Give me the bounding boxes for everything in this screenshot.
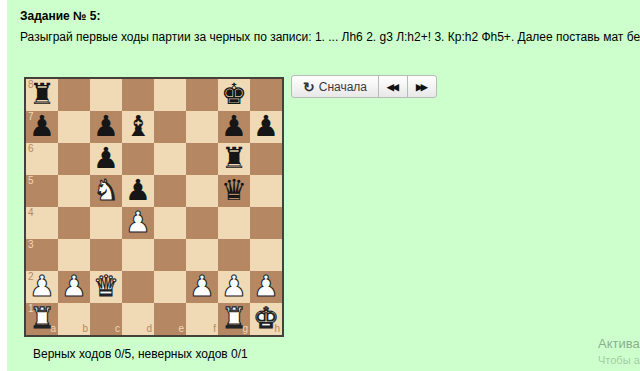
page-left-edge: [7, 0, 8, 371]
piece-black-pawn[interactable]: ♟: [218, 111, 250, 143]
square-f4[interactable]: [186, 207, 218, 239]
task-instruction: Разыграй первые ходы партии за черных по…: [20, 30, 640, 44]
square-b3[interactable]: [58, 239, 90, 271]
square-g7[interactable]: ♟: [218, 111, 250, 143]
square-g2[interactable]: ♟: [218, 271, 250, 303]
square-a1[interactable]: 1a♜: [26, 303, 58, 335]
piece-black-pawn[interactable]: ♟: [90, 143, 122, 175]
file-label-b: b: [82, 324, 88, 334]
square-g5[interactable]: ♛: [218, 175, 250, 207]
square-h3[interactable]: [250, 239, 282, 271]
square-a8[interactable]: 8♜: [26, 79, 58, 111]
square-b8[interactable]: [58, 79, 90, 111]
square-g8[interactable]: ♚: [218, 79, 250, 111]
square-f3[interactable]: [186, 239, 218, 271]
square-e2[interactable]: [154, 271, 186, 303]
piece-black-bishop[interactable]: ♝: [122, 111, 154, 143]
square-d8[interactable]: [122, 79, 154, 111]
piece-black-pawn[interactable]: ♟: [250, 111, 282, 143]
square-e7[interactable]: [154, 111, 186, 143]
square-e1[interactable]: e: [154, 303, 186, 335]
square-d3[interactable]: [122, 239, 154, 271]
square-e6[interactable]: [154, 143, 186, 175]
square-a6[interactable]: 6: [26, 143, 58, 175]
rewind-icon: ◀◀: [387, 82, 399, 92]
square-e5[interactable]: [154, 175, 186, 207]
piece-white-rook[interactable]: ♜: [26, 303, 58, 335]
rank-label-3: 3: [28, 240, 34, 250]
square-h1[interactable]: h♚: [250, 303, 282, 335]
square-b2[interactable]: ♟: [58, 271, 90, 303]
square-a2[interactable]: 2♟: [26, 271, 58, 303]
piece-black-pawn[interactable]: ♟: [90, 111, 122, 143]
square-b1[interactable]: b: [58, 303, 90, 335]
rank-label-5: 5: [28, 176, 34, 186]
piece-black-king[interactable]: ♚: [218, 79, 250, 111]
square-b6[interactable]: [58, 143, 90, 175]
square-f2[interactable]: ♟: [186, 271, 218, 303]
square-h8[interactable]: [250, 79, 282, 111]
square-g6[interactable]: ♜: [218, 143, 250, 175]
restart-button[interactable]: ↻ Сначала: [291, 75, 379, 98]
square-h5[interactable]: [250, 175, 282, 207]
square-d4[interactable]: ♟: [122, 207, 154, 239]
square-h6[interactable]: [250, 143, 282, 175]
square-f5[interactable]: [186, 175, 218, 207]
step-forward-button[interactable]: ▶▶: [407, 75, 437, 98]
square-e8[interactable]: [154, 79, 186, 111]
square-d5[interactable]: ♟: [122, 175, 154, 207]
square-c2[interactable]: ♛: [90, 271, 122, 303]
file-label-c: c: [115, 324, 120, 334]
square-c1[interactable]: c: [90, 303, 122, 335]
restart-button-label: Сначала: [319, 80, 367, 94]
windows-activation-watermark: Актива Чтобы ак: [598, 336, 640, 366]
square-a5[interactable]: 5: [26, 175, 58, 207]
watermark-line1: Актива: [598, 336, 640, 351]
piece-black-rook[interactable]: ♜: [26, 79, 58, 111]
piece-white-pawn[interactable]: ♟: [250, 271, 282, 303]
square-f8[interactable]: [186, 79, 218, 111]
piece-black-queen[interactable]: ♛: [218, 175, 250, 207]
square-h4[interactable]: [250, 207, 282, 239]
square-c4[interactable]: [90, 207, 122, 239]
square-c5[interactable]: ♞: [90, 175, 122, 207]
rank-label-4: 4: [28, 208, 34, 218]
chess-board[interactable]: 8♜♚7♟♟♝♟♟6♟♜5♞♟♛4♟32♟♟♛♟♟♟1a♜bcdefg♜h♚: [24, 77, 284, 337]
square-d6[interactable]: [122, 143, 154, 175]
piece-white-pawn[interactable]: ♟: [122, 207, 154, 239]
square-d7[interactable]: ♝: [122, 111, 154, 143]
piece-black-pawn[interactable]: ♟: [26, 111, 58, 143]
square-h7[interactable]: ♟: [250, 111, 282, 143]
playback-controls: ↻ Сначала ◀◀ ▶▶: [291, 75, 437, 98]
piece-white-king[interactable]: ♚: [250, 303, 282, 335]
piece-white-queen[interactable]: ♛: [90, 271, 122, 303]
square-g4[interactable]: [218, 207, 250, 239]
square-d1[interactable]: d: [122, 303, 154, 335]
step-back-button[interactable]: ◀◀: [378, 75, 408, 98]
square-f1[interactable]: f: [186, 303, 218, 335]
square-f7[interactable]: [186, 111, 218, 143]
square-a3[interactable]: 3: [26, 239, 58, 271]
square-b4[interactable]: [58, 207, 90, 239]
square-a4[interactable]: 4: [26, 207, 58, 239]
file-label-e: e: [178, 324, 184, 334]
piece-black-pawn[interactable]: ♟: [122, 175, 154, 207]
square-f6[interactable]: [186, 143, 218, 175]
square-b7[interactable]: [58, 111, 90, 143]
fast-forward-icon: ▶▶: [416, 82, 428, 92]
square-c6[interactable]: ♟: [90, 143, 122, 175]
watermark-line2: Чтобы ак: [598, 354, 640, 366]
piece-white-pawn[interactable]: ♟: [26, 271, 58, 303]
square-c3[interactable]: [90, 239, 122, 271]
piece-black-rook[interactable]: ♜: [218, 143, 250, 175]
square-g3[interactable]: [218, 239, 250, 271]
file-label-d: d: [146, 324, 152, 334]
piece-white-knight[interactable]: ♞: [90, 175, 122, 207]
square-d2[interactable]: [122, 271, 154, 303]
square-c8[interactable]: [90, 79, 122, 111]
square-a7[interactable]: 7♟: [26, 111, 58, 143]
square-c7[interactable]: ♟: [90, 111, 122, 143]
piece-white-rook[interactable]: ♜: [218, 303, 250, 335]
square-b5[interactable]: [58, 175, 90, 207]
refresh-icon: ↻: [303, 80, 315, 94]
piece-white-pawn[interactable]: ♟: [58, 271, 90, 303]
piece-white-pawn[interactable]: ♟: [218, 271, 250, 303]
score-status: Верных ходов 0/5, неверных ходов 0/1: [33, 347, 248, 361]
square-g1[interactable]: g♜: [218, 303, 250, 335]
square-e3[interactable]: [154, 239, 186, 271]
rank-label-6: 6: [28, 144, 34, 154]
square-e4[interactable]: [154, 207, 186, 239]
square-h2[interactable]: ♟: [250, 271, 282, 303]
task-title: Задание № 5:: [20, 9, 101, 23]
piece-white-pawn[interactable]: ♟: [186, 271, 218, 303]
file-label-f: f: [213, 324, 216, 334]
